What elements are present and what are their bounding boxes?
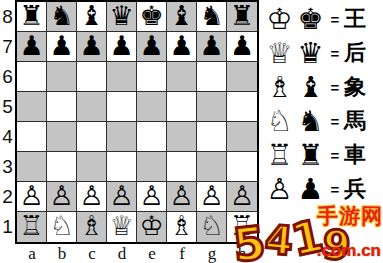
piece-black-knight: ♞ [199, 1, 223, 31]
square-f3[interactable] [167, 152, 197, 182]
file-label-d: d [107, 245, 137, 263]
piece-white-bishop: ♗ [79, 211, 103, 241]
piece-white-knight: ♘ [199, 211, 223, 241]
piece-white-pawn: ♙ [49, 181, 73, 211]
square-h2[interactable]: ♙ [227, 182, 257, 212]
square-b8[interactable]: ♞ [47, 2, 77, 32]
piece-black-pawn: ♟ [79, 31, 103, 61]
square-e6[interactable] [137, 62, 167, 92]
legend-row-bishop: ♗♝=象 [260, 70, 383, 104]
legend-black-rook-icon: ♜ [295, 138, 326, 172]
square-b3[interactable] [47, 152, 77, 182]
legend-chinese-name-rook: 車 [344, 140, 366, 170]
square-b2[interactable]: ♙ [47, 182, 77, 212]
piece-black-pawn: ♟ [109, 31, 133, 61]
piece-white-rook: ♖ [19, 211, 43, 241]
square-d5[interactable] [107, 92, 137, 122]
square-e7[interactable]: ♟ [137, 32, 167, 62]
legend-equals-sign: = [326, 113, 344, 130]
square-h4[interactable] [227, 122, 257, 152]
square-e8[interactable]: ♚ [137, 2, 167, 32]
square-f1[interactable]: ♗ [167, 212, 197, 242]
square-d6[interactable] [107, 62, 137, 92]
square-a5[interactable] [17, 92, 47, 122]
watermark-domain: .com.cn [317, 241, 381, 261]
piece-white-bishop: ♗ [169, 211, 193, 241]
square-b6[interactable] [47, 62, 77, 92]
piece-white-king: ♔ [139, 211, 163, 241]
legend-white-king-icon: ♔ [264, 2, 295, 36]
piece-black-bishop: ♝ [79, 1, 103, 31]
file-label-e: e [137, 245, 167, 263]
chess-board: ♜♞♝♛♚♝♞♜♟♟♟♟♟♟♟♟♙♙♙♙♙♙♙♙♖♘♗♕♔♗♘♖ [15, 0, 259, 244]
piece-black-knight: ♞ [49, 1, 73, 31]
square-f2[interactable]: ♙ [167, 182, 197, 212]
piece-white-pawn: ♙ [109, 181, 133, 211]
square-d7[interactable]: ♟ [107, 32, 137, 62]
square-c2[interactable]: ♙ [77, 182, 107, 212]
square-f4[interactable] [167, 122, 197, 152]
file-label-c: c [77, 245, 107, 263]
piece-black-pawn: ♟ [169, 31, 193, 61]
square-g1[interactable]: ♘ [197, 212, 227, 242]
square-a7[interactable]: ♟ [17, 32, 47, 62]
watermark-digit-4: 4 [263, 216, 295, 263]
square-d8[interactable]: ♛ [107, 2, 137, 32]
legend-row-rook: ♖♜=車 [260, 138, 383, 172]
square-c4[interactable] [77, 122, 107, 152]
legend-equals-sign: = [326, 11, 344, 28]
square-e1[interactable]: ♔ [137, 212, 167, 242]
square-a2[interactable]: ♙ [17, 182, 47, 212]
legend-white-queen-icon: ♕ [264, 36, 295, 70]
square-a6[interactable] [17, 62, 47, 92]
rank-label-5: 5 [0, 92, 15, 122]
square-c3[interactable] [77, 152, 107, 182]
legend-chinese-name-pawn: 兵 [344, 174, 366, 204]
legend-row-king: ♔♚=王 [260, 2, 383, 36]
rank-label-2: 2 [0, 182, 15, 212]
square-g4[interactable] [197, 122, 227, 152]
square-a4[interactable] [17, 122, 47, 152]
legend-equals-sign: = [326, 45, 344, 62]
square-e5[interactable] [137, 92, 167, 122]
square-e2[interactable]: ♙ [137, 182, 167, 212]
square-d3[interactable] [107, 152, 137, 182]
square-a8[interactable]: ♜ [17, 2, 47, 32]
square-c5[interactable] [77, 92, 107, 122]
legend-row-knight: ♘♞=馬 [260, 104, 383, 138]
rank-label-7: 7 [0, 32, 15, 62]
square-f6[interactable] [167, 62, 197, 92]
legend-white-bishop-icon: ♗ [264, 70, 295, 104]
piece-black-pawn: ♟ [139, 31, 163, 61]
piece-black-pawn: ♟ [199, 31, 223, 61]
square-c1[interactable]: ♗ [77, 212, 107, 242]
piece-legend: ♔♚=王♕♛=后♗♝=象♘♞=馬♖♜=車♙♟=兵 [260, 2, 383, 206]
legend-black-queen-icon: ♛ [295, 36, 326, 70]
square-g2[interactable]: ♙ [197, 182, 227, 212]
square-h5[interactable] [227, 92, 257, 122]
piece-white-knight: ♘ [49, 211, 73, 241]
piece-black-bishop: ♝ [169, 1, 193, 31]
square-e4[interactable] [137, 122, 167, 152]
square-f7[interactable]: ♟ [167, 32, 197, 62]
rank-label-8: 8 [0, 2, 15, 32]
legend-white-rook-icon: ♖ [264, 138, 295, 172]
rank-label-1: 1 [0, 212, 15, 242]
legend-equals-sign: = [326, 181, 344, 198]
square-c7[interactable]: ♟ [77, 32, 107, 62]
piece-black-rook: ♜ [230, 1, 254, 31]
piece-black-pawn: ♟ [49, 31, 73, 61]
piece-white-pawn: ♙ [139, 181, 163, 211]
file-labels: abcdefgh [15, 245, 259, 263]
legend-white-knight-icon: ♘ [264, 104, 295, 138]
square-h6[interactable] [227, 62, 257, 92]
legend-black-bishop-icon: ♝ [295, 70, 326, 104]
legend-equals-sign: = [326, 147, 344, 164]
piece-white-rook: ♖ [230, 211, 254, 241]
piece-white-pawn: ♙ [230, 181, 254, 211]
square-e3[interactable] [137, 152, 167, 182]
square-d2[interactable]: ♙ [107, 182, 137, 212]
file-label-g: g [197, 245, 227, 263]
watermark-site-name: 手游网 [317, 205, 383, 227]
square-b5[interactable] [47, 92, 77, 122]
piece-white-pawn: ♙ [169, 181, 193, 211]
square-g5[interactable] [197, 92, 227, 122]
file-label-a: a [17, 245, 47, 263]
chess-diagram: 87654321 ♜♞♝♛♚♝♞♜♟♟♟♟♟♟♟♟♙♙♙♙♙♙♙♙♖♘♗♕♔♗♘… [0, 0, 383, 263]
square-g8[interactable]: ♞ [197, 2, 227, 32]
square-g7[interactable]: ♟ [197, 32, 227, 62]
square-g6[interactable] [197, 62, 227, 92]
rank-labels: 87654321 [0, 0, 15, 244]
square-b7[interactable]: ♟ [47, 32, 77, 62]
legend-row-pawn: ♙♟=兵 [260, 172, 383, 206]
piece-black-queen: ♛ [109, 1, 133, 31]
piece-white-pawn: ♙ [199, 181, 223, 211]
file-label-b: b [47, 245, 77, 263]
watermark-digit-9: 9 [322, 221, 353, 263]
rank-label-3: 3 [0, 152, 15, 182]
square-a1[interactable]: ♖ [17, 212, 47, 242]
square-h1[interactable]: ♖ [227, 212, 257, 242]
square-d4[interactable] [107, 122, 137, 152]
legend-chinese-name-king: 王 [344, 4, 366, 34]
piece-white-queen: ♕ [109, 211, 133, 241]
square-c6[interactable] [77, 62, 107, 92]
piece-black-pawn: ♟ [230, 31, 254, 61]
file-label-f: f [167, 245, 197, 263]
piece-white-pawn: ♙ [19, 181, 43, 211]
legend-chinese-name-bishop: 象 [344, 72, 366, 102]
rank-label-4: 4 [0, 122, 15, 152]
square-f8[interactable]: ♝ [167, 2, 197, 32]
legend-black-pawn-icon: ♟ [295, 172, 326, 206]
legend-row-queen: ♕♛=后 [260, 36, 383, 70]
square-g3[interactable] [197, 152, 227, 182]
square-h8[interactable]: ♜ [227, 2, 257, 32]
rank-label-6: 6 [0, 62, 15, 92]
legend-chinese-name-queen: 后 [344, 38, 366, 68]
file-label-h: h [227, 245, 257, 263]
legend-equals-sign: = [326, 79, 344, 96]
legend-black-king-icon: ♚ [295, 2, 326, 36]
square-b4[interactable] [47, 122, 77, 152]
legend-white-pawn-icon: ♙ [264, 172, 295, 206]
square-a3[interactable] [17, 152, 47, 182]
square-d1[interactable]: ♕ [107, 212, 137, 242]
square-h7[interactable]: ♟ [227, 32, 257, 62]
square-f5[interactable] [167, 92, 197, 122]
square-b1[interactable]: ♘ [47, 212, 77, 242]
square-c8[interactable]: ♝ [77, 2, 107, 32]
square-h3[interactable] [227, 152, 257, 182]
piece-white-pawn: ♙ [79, 181, 103, 211]
watermark-digit-1: 1 [288, 212, 328, 263]
piece-black-pawn: ♟ [19, 31, 43, 61]
legend-black-knight-icon: ♞ [295, 104, 326, 138]
piece-black-king: ♚ [139, 1, 163, 31]
legend-chinese-name-knight: 馬 [344, 106, 366, 136]
piece-black-rook: ♜ [19, 1, 43, 31]
